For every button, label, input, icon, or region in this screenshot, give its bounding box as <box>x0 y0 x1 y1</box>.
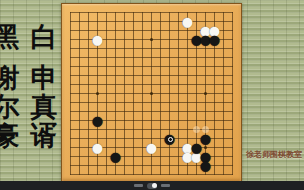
bar-label-left[interactable] <box>134 184 143 187</box>
black-player-name: 谢尔豪 <box>0 63 21 150</box>
white-player-column: 白 申真谞 <box>29 22 59 150</box>
board-grid: ●●●●●●●●●●●●●●●●●●● <box>70 12 233 175</box>
toggle-knob-icon <box>152 183 157 188</box>
video-frame: 黑 谢尔豪 白 申真谞 ●●●●●●●●●●●●●●●●●●● 徐老师围棋教室 <box>0 0 304 190</box>
white-stone-O18: ● <box>183 17 192 26</box>
go-board: ●●●●●●●●●●●●●●●●●●● <box>61 3 242 182</box>
last-move-marker-icon <box>168 137 173 142</box>
star-point <box>150 92 153 95</box>
star-point <box>96 92 99 95</box>
black-stone-D7: ● <box>93 116 102 125</box>
black-stone-F3: ● <box>111 152 120 161</box>
bar-label-right[interactable] <box>161 184 170 187</box>
watermark-text: 徐老师围棋教室 <box>246 150 304 160</box>
playback-bar <box>0 181 304 190</box>
black-stone-Q2: ● <box>201 161 210 170</box>
black-stone-Q5: ● <box>201 134 210 143</box>
black-player-column: 黑 谢尔豪 <box>0 22 21 150</box>
white-stone-D4: ● <box>93 143 102 152</box>
black-label: 黑 <box>0 22 21 52</box>
white-stone-D16: ● <box>93 35 102 44</box>
ghost-marker-P6 <box>193 126 200 133</box>
white-player-name: 申真谞 <box>29 63 59 150</box>
star-point <box>204 92 207 95</box>
white-stone-K4: ● <box>147 143 156 152</box>
white-label: 白 <box>29 22 59 52</box>
star-point <box>150 38 153 41</box>
black-stone-R16: ● <box>210 35 219 44</box>
stone-color-toggle[interactable] <box>147 183 157 189</box>
black-stone-M5: ● <box>165 134 174 143</box>
